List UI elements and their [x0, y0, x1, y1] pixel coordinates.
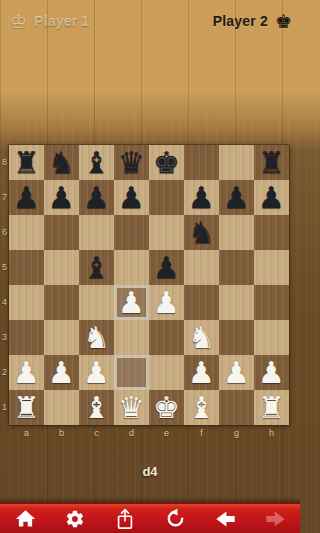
square-g8[interactable] — [219, 145, 254, 180]
piece-white-pawn[interactable]: ♟ — [9, 355, 44, 390]
piece-black-queen[interactable]: ♛ — [114, 145, 149, 180]
piece-white-knight[interactable]: ♞ — [184, 320, 219, 355]
square-f2[interactable]: ♟ — [184, 355, 219, 390]
square-d7[interactable]: ♟ — [114, 180, 149, 215]
square-g5[interactable] — [219, 250, 254, 285]
square-d8[interactable]: ♛ — [114, 145, 149, 180]
piece-black-pawn[interactable]: ♟ — [219, 180, 254, 215]
file-labels: abcdefgh — [9, 426, 289, 440]
back-arrow-icon — [215, 510, 236, 528]
square-d4[interactable]: ♟ — [114, 285, 149, 320]
square-d1[interactable]: ♛ — [114, 390, 149, 425]
square-e3[interactable] — [149, 320, 184, 355]
square-h4[interactable] — [254, 285, 289, 320]
square-a4[interactable] — [9, 285, 44, 320]
rank-labels: 87654321 — [0, 145, 9, 425]
settings-button[interactable] — [58, 506, 92, 532]
rank-label-8: 8 — [0, 145, 9, 180]
restart-button[interactable] — [158, 506, 192, 532]
square-a3[interactable] — [9, 320, 44, 355]
square-c6[interactable] — [79, 215, 114, 250]
square-b1[interactable] — [44, 390, 79, 425]
rank-label-5: 5 — [0, 250, 9, 285]
piece-white-bishop[interactable]: ♝ — [184, 390, 219, 425]
square-b8[interactable]: ♞ — [44, 145, 79, 180]
piece-white-pawn[interactable]: ♟ — [149, 285, 184, 320]
square-e1[interactable]: ♚ — [149, 390, 184, 425]
player1-row: ♔ Player 1 — [10, 8, 89, 34]
square-e7[interactable] — [149, 180, 184, 215]
share-button[interactable] — [108, 506, 142, 532]
file-label-f: f — [184, 426, 219, 440]
file-label-h: h — [254, 426, 289, 440]
square-d3[interactable] — [114, 320, 149, 355]
piece-white-rook[interactable]: ♜ — [9, 390, 44, 425]
square-a1[interactable]: ♜ — [9, 390, 44, 425]
square-d2[interactable] — [114, 355, 149, 390]
piece-white-pawn[interactable]: ♟ — [44, 355, 79, 390]
piece-black-bishop[interactable]: ♝ — [79, 250, 114, 285]
square-h8[interactable]: ♜ — [254, 145, 289, 180]
piece-white-rook[interactable]: ♜ — [254, 390, 289, 425]
player2-row: Player 2 ♚ — [213, 8, 292, 34]
square-g1[interactable] — [219, 390, 254, 425]
rank-label-1: 1 — [0, 390, 9, 425]
rank-label-3: 3 — [0, 320, 9, 355]
player1-name: Player 1 — [34, 13, 89, 29]
square-f7[interactable]: ♟ — [184, 180, 219, 215]
square-e2[interactable] — [149, 355, 184, 390]
home-icon — [15, 508, 36, 529]
rank-label-2: 2 — [0, 355, 9, 390]
piece-black-knight[interactable]: ♞ — [44, 145, 79, 180]
piece-black-bishop[interactable]: ♝ — [79, 145, 114, 180]
square-h3[interactable] — [254, 320, 289, 355]
square-g4[interactable] — [219, 285, 254, 320]
square-f5[interactable] — [184, 250, 219, 285]
piece-black-rook[interactable]: ♜ — [254, 145, 289, 180]
square-e5[interactable]: ♟ — [149, 250, 184, 285]
piece-black-pawn[interactable]: ♟ — [44, 180, 79, 215]
rank-label-7: 7 — [0, 180, 9, 215]
black-king-icon: ♚ — [275, 8, 292, 34]
piece-black-pawn[interactable]: ♟ — [9, 180, 44, 215]
square-b7[interactable]: ♟ — [44, 180, 79, 215]
square-a2[interactable]: ♟ — [9, 355, 44, 390]
square-e4[interactable]: ♟ — [149, 285, 184, 320]
share-icon — [114, 507, 136, 531]
piece-white-pawn[interactable]: ♟ — [79, 355, 114, 390]
square-f3[interactable]: ♞ — [184, 320, 219, 355]
piece-black-pawn[interactable]: ♟ — [184, 180, 219, 215]
chess-app-screen: { "game": "chess", "position": { "fen": … — [0, 0, 300, 533]
piece-black-king[interactable]: ♚ — [149, 145, 184, 180]
square-g3[interactable] — [219, 320, 254, 355]
square-e8[interactable]: ♚ — [149, 145, 184, 180]
bottom-toolbar — [0, 502, 300, 533]
square-h5[interactable] — [254, 250, 289, 285]
back-button[interactable] — [208, 506, 242, 532]
forward-button[interactable] — [258, 506, 292, 532]
file-label-e: e — [149, 426, 184, 440]
square-g6[interactable] — [219, 215, 254, 250]
square-f6[interactable]: ♞ — [184, 215, 219, 250]
piece-black-pawn[interactable]: ♟ — [254, 180, 289, 215]
square-c3[interactable]: ♞ — [79, 320, 114, 355]
square-c7[interactable]: ♟ — [79, 180, 114, 215]
piece-white-pawn[interactable]: ♟ — [184, 355, 219, 390]
square-d6[interactable] — [114, 215, 149, 250]
file-label-d: d — [114, 426, 149, 440]
white-king-icon: ♔ — [10, 8, 27, 34]
piece-white-pawn[interactable]: ♟ — [114, 285, 149, 320]
square-c5[interactable]: ♝ — [79, 250, 114, 285]
square-e6[interactable] — [149, 215, 184, 250]
square-d5[interactable] — [114, 250, 149, 285]
square-c2[interactable]: ♟ — [79, 355, 114, 390]
home-button[interactable] — [8, 506, 42, 532]
restart-icon — [165, 508, 186, 529]
square-f4[interactable] — [184, 285, 219, 320]
rank-label-6: 6 — [0, 215, 9, 250]
square-h6[interactable] — [254, 215, 289, 250]
piece-white-pawn[interactable]: ♟ — [219, 355, 254, 390]
file-label-c: c — [79, 426, 114, 440]
square-b5[interactable] — [44, 250, 79, 285]
last-move-label: d4 — [0, 464, 300, 479]
piece-white-queen[interactable]: ♛ — [114, 390, 149, 425]
square-b4[interactable] — [44, 285, 79, 320]
square-b6[interactable] — [44, 215, 79, 250]
forward-arrow-icon — [265, 510, 286, 528]
piece-white-pawn[interactable]: ♟ — [254, 355, 289, 390]
piece-white-king[interactable]: ♚ — [149, 390, 184, 425]
square-h7[interactable]: ♟ — [254, 180, 289, 215]
gear-icon — [65, 509, 85, 529]
square-c4[interactable] — [79, 285, 114, 320]
square-g2[interactable]: ♟ — [219, 355, 254, 390]
file-label-a: a — [9, 426, 44, 440]
square-f8[interactable] — [184, 145, 219, 180]
square-h2[interactable]: ♟ — [254, 355, 289, 390]
player2-name: Player 2 — [213, 13, 268, 29]
piece-white-bishop[interactable]: ♝ — [79, 390, 114, 425]
square-g7[interactable]: ♟ — [219, 180, 254, 215]
piece-black-pawn[interactable]: ♟ — [149, 250, 184, 285]
square-a5[interactable] — [9, 250, 44, 285]
file-label-g: g — [219, 426, 254, 440]
square-a8[interactable]: ♜ — [9, 145, 44, 180]
piece-black-pawn[interactable]: ♟ — [79, 180, 114, 215]
chess-board[interactable]: ♜♞♝♛♚♜♟♟♟♟♟♟♟♞♝♟♟♟♞♞♟♟♟♟♟♟♜♝♛♚♝♜ — [9, 145, 289, 425]
header: ♔ Player 1 Player 2 ♚ — [0, 8, 300, 36]
piece-black-pawn[interactable]: ♟ — [114, 180, 149, 215]
square-h1[interactable]: ♜ — [254, 390, 289, 425]
square-f1[interactable]: ♝ — [184, 390, 219, 425]
square-a6[interactable] — [9, 215, 44, 250]
file-label-b: b — [44, 426, 79, 440]
square-c1[interactable]: ♝ — [79, 390, 114, 425]
rank-label-4: 4 — [0, 285, 9, 320]
square-a7[interactable]: ♟ — [9, 180, 44, 215]
square-b2[interactable]: ♟ — [44, 355, 79, 390]
piece-black-rook[interactable]: ♜ — [9, 145, 44, 180]
piece-black-knight[interactable]: ♞ — [184, 215, 219, 250]
square-b3[interactable] — [44, 320, 79, 355]
square-c8[interactable]: ♝ — [79, 145, 114, 180]
piece-white-knight[interactable]: ♞ — [79, 320, 114, 355]
